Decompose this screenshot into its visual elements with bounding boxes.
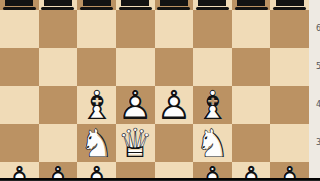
square-d6[interactable] <box>116 10 155 48</box>
piece-white-queen-d3[interactable]: ♛♕ <box>116 124 155 162</box>
piece-white-queen-d3-outline: ♕ <box>117 124 153 162</box>
square-c7[interactable] <box>77 0 116 10</box>
square-g4[interactable] <box>232 86 271 124</box>
piece-black-pawn-b7[interactable] <box>39 0 78 10</box>
square-f7[interactable] <box>193 0 232 10</box>
square-g7[interactable] <box>232 0 271 10</box>
square-c6[interactable] <box>77 10 116 48</box>
piece-white-knight-f3[interactable]: ♞♘ <box>193 124 232 162</box>
square-e4[interactable]: ♟♙ <box>155 86 194 124</box>
square-b6[interactable] <box>39 10 78 48</box>
piece-white-bishop-f4-fill: ♝ <box>195 86 231 124</box>
piece-black-pawn-e7[interactable] <box>155 0 194 10</box>
chess-app-viewport: ♝♗♟♙♟♙♝♗♞♘♛♕♞♘♟♙♟♙♟♙♟♙♟♙♟♙ 6543 <box>0 0 320 180</box>
piece-white-pawn-e4-fill: ♟ <box>156 86 192 124</box>
piece-black-pawn-d7[interactable] <box>116 0 155 10</box>
square-d5[interactable] <box>116 48 155 86</box>
piece-white-bishop-f4[interactable]: ♝♗ <box>193 86 232 124</box>
square-c4[interactable]: ♝♗ <box>77 86 116 124</box>
square-d7[interactable] <box>116 0 155 10</box>
square-a6[interactable] <box>0 10 39 48</box>
board-rank-3: ♞♘♛♕♞♘ <box>0 124 309 162</box>
board-bottom-border <box>0 178 320 181</box>
black-pawn-base-body <box>237 0 265 6</box>
black-pawn-base-body <box>44 0 72 6</box>
square-g6[interactable] <box>232 10 271 48</box>
square-f4[interactable]: ♝♗ <box>193 86 232 124</box>
piece-black-pawn-c7[interactable] <box>77 0 116 10</box>
board-rank-7 <box>0 0 309 10</box>
square-f3[interactable]: ♞♘ <box>193 124 232 162</box>
piece-white-pawn-d4-fill: ♟ <box>117 86 153 124</box>
square-a4[interactable] <box>0 86 39 124</box>
piece-white-bishop-f4-outline: ♗ <box>195 86 231 124</box>
piece-white-bishop-c4-outline: ♗ <box>79 86 115 124</box>
square-f6[interactable] <box>193 10 232 48</box>
square-h4[interactable] <box>270 86 309 124</box>
square-h3[interactable] <box>270 124 309 162</box>
rank-label-3: 3 <box>316 139 320 147</box>
black-pawn-base-body <box>160 0 188 6</box>
square-e7[interactable] <box>155 0 194 10</box>
piece-white-knight-c3[interactable]: ♞♘ <box>77 124 116 162</box>
square-g3[interactable] <box>232 124 271 162</box>
piece-white-knight-c3-outline: ♘ <box>79 124 115 162</box>
square-a3[interactable] <box>0 124 39 162</box>
square-h7[interactable] <box>270 0 309 10</box>
square-f5[interactable] <box>193 48 232 86</box>
square-c3[interactable]: ♞♘ <box>77 124 116 162</box>
square-e5[interactable] <box>155 48 194 86</box>
black-pawn-base-body <box>121 0 149 6</box>
square-e6[interactable] <box>155 10 194 48</box>
square-a7[interactable] <box>0 0 39 10</box>
piece-black-pawn-a7[interactable] <box>0 0 39 10</box>
piece-white-pawn-e4-outline: ♙ <box>156 86 192 124</box>
piece-black-pawn-g7[interactable] <box>232 0 271 10</box>
rank-label-4: 4 <box>316 101 320 109</box>
piece-white-queen-d3-fill: ♛ <box>117 124 153 162</box>
black-pawn-base-body <box>276 0 304 6</box>
rank-label-5: 5 <box>316 63 320 71</box>
black-pawn-base-body <box>83 0 111 6</box>
piece-black-pawn-h7[interactable] <box>270 0 309 10</box>
board-rank-5 <box>0 48 309 86</box>
black-pawn-base-body <box>5 0 33 6</box>
square-d3[interactable]: ♛♕ <box>116 124 155 162</box>
board-rank-6 <box>0 10 309 48</box>
square-g5[interactable] <box>232 48 271 86</box>
square-b5[interactable] <box>39 48 78 86</box>
square-b4[interactable] <box>39 86 78 124</box>
square-b7[interactable] <box>39 0 78 10</box>
square-b3[interactable] <box>39 124 78 162</box>
piece-black-pawn-f7[interactable] <box>193 0 232 10</box>
piece-white-pawn-d4[interactable]: ♟♙ <box>116 86 155 124</box>
piece-white-pawn-e4[interactable]: ♟♙ <box>155 86 194 124</box>
square-d4[interactable]: ♟♙ <box>116 86 155 124</box>
piece-white-knight-f3-outline: ♘ <box>195 124 231 162</box>
piece-white-bishop-c4-fill: ♝ <box>79 86 115 124</box>
black-pawn-base-body <box>198 0 226 6</box>
square-h6[interactable] <box>270 10 309 48</box>
square-h5[interactable] <box>270 48 309 86</box>
piece-white-knight-f3-fill: ♞ <box>195 124 231 162</box>
piece-white-bishop-c4[interactable]: ♝♗ <box>77 86 116 124</box>
piece-white-knight-c3-fill: ♞ <box>79 124 115 162</box>
square-e3[interactable] <box>155 124 194 162</box>
square-c5[interactable] <box>77 48 116 86</box>
square-a5[interactable] <box>0 48 39 86</box>
piece-white-pawn-d4-outline: ♙ <box>117 86 153 124</box>
rank-coordinate-strip: 6543 <box>309 0 320 180</box>
board: ♝♗♟♙♟♙♝♗♞♘♛♕♞♘♟♙♟♙♟♙♟♙♟♙♟♙ <box>0 0 309 180</box>
board-rank-4: ♝♗♟♙♟♙♝♗ <box>0 86 309 124</box>
rank-label-6: 6 <box>316 25 320 33</box>
